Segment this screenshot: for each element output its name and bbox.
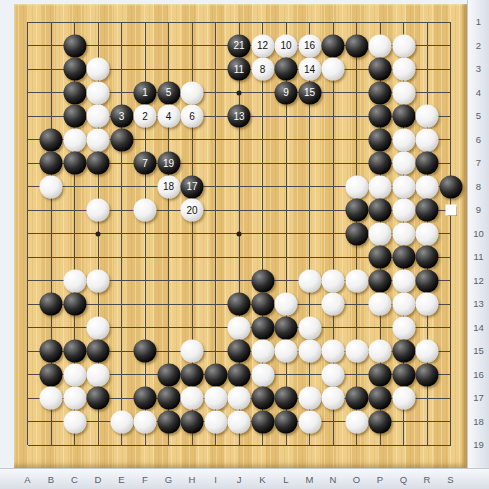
stone-black[interactable]: 13 bbox=[228, 105, 251, 128]
stone-black[interactable] bbox=[134, 340, 157, 363]
stone-black[interactable] bbox=[87, 387, 110, 410]
stone-black[interactable] bbox=[251, 387, 274, 410]
board-point[interactable] bbox=[227, 363, 251, 387]
board-point[interactable] bbox=[63, 269, 87, 293]
board-point[interactable] bbox=[227, 316, 251, 340]
board-point[interactable] bbox=[180, 10, 204, 34]
board-point[interactable] bbox=[227, 386, 251, 410]
board-point[interactable] bbox=[392, 292, 416, 316]
stone-white[interactable] bbox=[181, 340, 204, 363]
board-point[interactable] bbox=[321, 57, 345, 81]
stone-black[interactable] bbox=[322, 34, 345, 57]
stone-black[interactable] bbox=[134, 387, 157, 410]
stone-black[interactable] bbox=[275, 316, 298, 339]
stone-white[interactable]: 8 bbox=[251, 58, 274, 81]
stone-black[interactable] bbox=[251, 410, 274, 433]
board-point[interactable] bbox=[110, 57, 134, 81]
board-point[interactable] bbox=[321, 245, 345, 269]
board-point[interactable] bbox=[368, 34, 392, 58]
board-point[interactable] bbox=[415, 151, 439, 175]
board-point[interactable] bbox=[439, 222, 463, 246]
board-point[interactable] bbox=[298, 10, 322, 34]
board-point[interactable] bbox=[251, 292, 275, 316]
board-point[interactable] bbox=[110, 363, 134, 387]
stone-white[interactable]: 2 bbox=[134, 105, 157, 128]
board-point[interactable] bbox=[439, 175, 463, 199]
board-point[interactable] bbox=[298, 292, 322, 316]
board-point[interactable] bbox=[157, 363, 181, 387]
stone-white[interactable] bbox=[392, 152, 415, 175]
board-point[interactable] bbox=[63, 316, 87, 340]
board-point[interactable] bbox=[439, 81, 463, 105]
board-point[interactable]: 13 bbox=[227, 104, 251, 128]
board-point[interactable] bbox=[392, 245, 416, 269]
board-point[interactable] bbox=[274, 316, 298, 340]
board-point[interactable] bbox=[63, 222, 87, 246]
board-point[interactable]: 20 bbox=[180, 198, 204, 222]
stone-white[interactable] bbox=[416, 105, 439, 128]
board-point[interactable] bbox=[63, 34, 87, 58]
board-point[interactable] bbox=[274, 175, 298, 199]
board-point[interactable] bbox=[345, 245, 369, 269]
board-point[interactable] bbox=[345, 57, 369, 81]
board-point[interactable] bbox=[321, 175, 345, 199]
board-point[interactable] bbox=[133, 386, 157, 410]
stone-black[interactable] bbox=[369, 105, 392, 128]
stone-white[interactable] bbox=[369, 222, 392, 245]
stone-white[interactable] bbox=[322, 58, 345, 81]
stone-black[interactable] bbox=[204, 363, 227, 386]
stone-black[interactable] bbox=[345, 199, 368, 222]
board-point[interactable] bbox=[204, 10, 228, 34]
board-point[interactable] bbox=[415, 269, 439, 293]
stone-white[interactable] bbox=[322, 363, 345, 386]
board-point[interactable] bbox=[86, 339, 110, 363]
board-point[interactable] bbox=[251, 363, 275, 387]
stone-black[interactable]: 15 bbox=[298, 81, 321, 104]
board-point[interactable] bbox=[180, 433, 204, 457]
stone-black[interactable] bbox=[251, 316, 274, 339]
board-point[interactable] bbox=[368, 339, 392, 363]
board-point[interactable] bbox=[274, 433, 298, 457]
stone-white[interactable] bbox=[322, 269, 345, 292]
board-point[interactable] bbox=[227, 245, 251, 269]
board-point[interactable] bbox=[321, 292, 345, 316]
board-point[interactable] bbox=[439, 128, 463, 152]
board-point[interactable] bbox=[133, 34, 157, 58]
board-point[interactable] bbox=[415, 386, 439, 410]
board-point[interactable] bbox=[110, 245, 134, 269]
board-point[interactable] bbox=[321, 269, 345, 293]
stone-black[interactable] bbox=[416, 246, 439, 269]
board-point[interactable] bbox=[368, 269, 392, 293]
stone-white[interactable] bbox=[181, 81, 204, 104]
board-point[interactable]: 19 bbox=[157, 151, 181, 175]
board-point[interactable] bbox=[439, 410, 463, 434]
board-point[interactable] bbox=[157, 410, 181, 434]
board-point[interactable] bbox=[157, 386, 181, 410]
board-point[interactable] bbox=[110, 222, 134, 246]
stone-white[interactable] bbox=[251, 340, 274, 363]
board-point[interactable] bbox=[439, 269, 463, 293]
stone-white[interactable] bbox=[181, 387, 204, 410]
board-point[interactable] bbox=[368, 81, 392, 105]
board-point[interactable] bbox=[251, 175, 275, 199]
stone-white[interactable] bbox=[87, 81, 110, 104]
board-point[interactable] bbox=[392, 433, 416, 457]
stone-black[interactable] bbox=[369, 246, 392, 269]
board-point[interactable] bbox=[204, 410, 228, 434]
board-point[interactable] bbox=[180, 363, 204, 387]
board-point[interactable] bbox=[274, 245, 298, 269]
board-point[interactable]: 15 bbox=[298, 81, 322, 105]
board-point[interactable] bbox=[39, 81, 63, 105]
board-point[interactable] bbox=[321, 81, 345, 105]
stone-black[interactable] bbox=[63, 81, 86, 104]
board-point[interactable] bbox=[63, 151, 87, 175]
stone-black[interactable] bbox=[392, 363, 415, 386]
board-point[interactable] bbox=[180, 410, 204, 434]
stone-white[interactable] bbox=[392, 34, 415, 57]
board-point[interactable] bbox=[298, 175, 322, 199]
board-point[interactable] bbox=[439, 57, 463, 81]
board-point[interactable] bbox=[110, 198, 134, 222]
board-point[interactable] bbox=[345, 410, 369, 434]
board-point[interactable]: 11 bbox=[227, 57, 251, 81]
stone-white[interactable] bbox=[322, 340, 345, 363]
board-point[interactable] bbox=[227, 175, 251, 199]
board-point[interactable] bbox=[110, 410, 134, 434]
board-point[interactable] bbox=[204, 34, 228, 58]
board-point[interactable] bbox=[345, 292, 369, 316]
board-point[interactable] bbox=[180, 386, 204, 410]
stone-black[interactable] bbox=[157, 387, 180, 410]
board-point[interactable] bbox=[345, 34, 369, 58]
board-point[interactable] bbox=[157, 316, 181, 340]
stone-black[interactable] bbox=[40, 152, 63, 175]
stone-black[interactable]: 7 bbox=[134, 152, 157, 175]
board-point[interactable]: 3 bbox=[110, 104, 134, 128]
stone-white[interactable] bbox=[110, 410, 133, 433]
board-point[interactable] bbox=[16, 245, 40, 269]
board-point[interactable] bbox=[392, 339, 416, 363]
board-point[interactable] bbox=[298, 363, 322, 387]
board-point[interactable] bbox=[39, 433, 63, 457]
board-point[interactable] bbox=[204, 386, 228, 410]
board-point[interactable] bbox=[180, 316, 204, 340]
stone-black[interactable] bbox=[40, 128, 63, 151]
board-point[interactable] bbox=[415, 175, 439, 199]
board-point[interactable] bbox=[274, 151, 298, 175]
board-point[interactable] bbox=[157, 198, 181, 222]
board-point[interactable] bbox=[157, 128, 181, 152]
board-point[interactable] bbox=[86, 386, 110, 410]
board-point[interactable] bbox=[321, 198, 345, 222]
board-point[interactable]: 14 bbox=[298, 57, 322, 81]
board-point[interactable] bbox=[368, 316, 392, 340]
board-point[interactable] bbox=[86, 198, 110, 222]
stone-white[interactable] bbox=[298, 410, 321, 433]
board-point[interactable] bbox=[274, 269, 298, 293]
stone-white[interactable] bbox=[392, 81, 415, 104]
board-point[interactable] bbox=[133, 128, 157, 152]
board-point[interactable] bbox=[157, 339, 181, 363]
board-point[interactable] bbox=[274, 57, 298, 81]
board-point[interactable] bbox=[39, 198, 63, 222]
board-point[interactable] bbox=[180, 81, 204, 105]
board-point[interactable] bbox=[157, 34, 181, 58]
board-point[interactable] bbox=[251, 10, 275, 34]
stone-black[interactable] bbox=[369, 199, 392, 222]
board-point[interactable] bbox=[298, 222, 322, 246]
board-point[interactable] bbox=[321, 363, 345, 387]
board-point[interactable] bbox=[86, 81, 110, 105]
board-point[interactable] bbox=[251, 128, 275, 152]
board-point[interactable] bbox=[415, 433, 439, 457]
board-point[interactable] bbox=[415, 104, 439, 128]
board-point[interactable]: 1 bbox=[133, 81, 157, 105]
stone-black[interactable] bbox=[87, 152, 110, 175]
board-point[interactable] bbox=[133, 433, 157, 457]
stone-black[interactable] bbox=[369, 363, 392, 386]
board-point[interactable] bbox=[392, 316, 416, 340]
board-point[interactable] bbox=[16, 104, 40, 128]
board-point[interactable] bbox=[204, 316, 228, 340]
stone-white[interactable] bbox=[298, 340, 321, 363]
board-point[interactable] bbox=[345, 339, 369, 363]
board-point[interactable] bbox=[110, 269, 134, 293]
board-point[interactable] bbox=[39, 151, 63, 175]
board-point[interactable] bbox=[298, 198, 322, 222]
board-point[interactable] bbox=[63, 363, 87, 387]
board-point[interactable] bbox=[345, 316, 369, 340]
board-point[interactable] bbox=[39, 104, 63, 128]
stone-white[interactable] bbox=[275, 340, 298, 363]
board-point[interactable] bbox=[298, 245, 322, 269]
board-point[interactable] bbox=[368, 10, 392, 34]
stone-white[interactable] bbox=[416, 175, 439, 198]
board-point[interactable] bbox=[251, 316, 275, 340]
board-point[interactable] bbox=[204, 363, 228, 387]
stone-black[interactable] bbox=[275, 387, 298, 410]
board-point[interactable] bbox=[39, 339, 63, 363]
stone-black[interactable] bbox=[63, 340, 86, 363]
stone-black[interactable] bbox=[369, 58, 392, 81]
board-point[interactable] bbox=[110, 175, 134, 199]
stone-white[interactable] bbox=[134, 410, 157, 433]
board-point[interactable] bbox=[439, 34, 463, 58]
board-grid[interactable]: 211210161181415915324613719181720 bbox=[16, 10, 463, 457]
stone-white[interactable] bbox=[87, 363, 110, 386]
stone-white[interactable] bbox=[369, 293, 392, 316]
board-point[interactable] bbox=[16, 410, 40, 434]
board-point[interactable] bbox=[251, 81, 275, 105]
stone-white[interactable] bbox=[251, 363, 274, 386]
stone-black[interactable] bbox=[40, 340, 63, 363]
board-point[interactable] bbox=[392, 269, 416, 293]
stone-white[interactable]: 16 bbox=[298, 34, 321, 57]
stone-white[interactable] bbox=[87, 128, 110, 151]
stone-black[interactable]: 17 bbox=[181, 175, 204, 198]
stone-black[interactable] bbox=[228, 340, 251, 363]
board-point[interactable]: 6 bbox=[180, 104, 204, 128]
board-point[interactable] bbox=[368, 128, 392, 152]
board-point[interactable] bbox=[345, 363, 369, 387]
board-point[interactable] bbox=[180, 269, 204, 293]
board-point[interactable] bbox=[16, 34, 40, 58]
stone-white[interactable] bbox=[416, 340, 439, 363]
board-point[interactable] bbox=[133, 316, 157, 340]
board-point[interactable] bbox=[133, 245, 157, 269]
board-point[interactable] bbox=[415, 363, 439, 387]
board-point[interactable] bbox=[274, 410, 298, 434]
board-point[interactable] bbox=[368, 433, 392, 457]
board-point[interactable] bbox=[16, 128, 40, 152]
stone-white[interactable] bbox=[416, 222, 439, 245]
stone-white[interactable] bbox=[416, 128, 439, 151]
board-point[interactable] bbox=[415, 10, 439, 34]
board-point[interactable] bbox=[16, 433, 40, 457]
board-point[interactable] bbox=[16, 175, 40, 199]
board-point[interactable] bbox=[298, 128, 322, 152]
board-point[interactable] bbox=[63, 245, 87, 269]
board-point[interactable] bbox=[274, 339, 298, 363]
board-point[interactable] bbox=[86, 433, 110, 457]
board-point[interactable] bbox=[274, 104, 298, 128]
stone-black[interactable]: 19 bbox=[157, 152, 180, 175]
board-point[interactable] bbox=[251, 269, 275, 293]
stone-black[interactable]: 1 bbox=[134, 81, 157, 104]
stone-white[interactable]: 14 bbox=[298, 58, 321, 81]
stone-white[interactable] bbox=[63, 410, 86, 433]
board-point[interactable] bbox=[227, 10, 251, 34]
board-point[interactable] bbox=[392, 104, 416, 128]
board-point[interactable] bbox=[439, 151, 463, 175]
stone-black[interactable] bbox=[251, 293, 274, 316]
stone-black[interactable] bbox=[369, 152, 392, 175]
board-point[interactable] bbox=[227, 151, 251, 175]
board-point[interactable] bbox=[321, 386, 345, 410]
board-point[interactable] bbox=[298, 339, 322, 363]
board-point[interactable] bbox=[86, 128, 110, 152]
stone-white[interactable] bbox=[63, 128, 86, 151]
stone-black[interactable] bbox=[63, 105, 86, 128]
board-point[interactable] bbox=[63, 10, 87, 34]
board-point[interactable] bbox=[204, 245, 228, 269]
stone-black[interactable] bbox=[345, 34, 368, 57]
board-point[interactable] bbox=[133, 175, 157, 199]
board-point[interactable] bbox=[368, 151, 392, 175]
board-point[interactable] bbox=[251, 339, 275, 363]
board-point[interactable] bbox=[39, 292, 63, 316]
board-point[interactable] bbox=[63, 339, 87, 363]
board-point[interactable] bbox=[345, 386, 369, 410]
board-point[interactable]: 16 bbox=[298, 34, 322, 58]
stone-white[interactable]: 20 bbox=[181, 199, 204, 222]
board-point[interactable] bbox=[392, 222, 416, 246]
stone-black[interactable] bbox=[40, 363, 63, 386]
stone-black[interactable] bbox=[392, 246, 415, 269]
stone-black[interactable] bbox=[369, 410, 392, 433]
board-point[interactable] bbox=[133, 339, 157, 363]
board-point[interactable] bbox=[439, 292, 463, 316]
board-point[interactable] bbox=[321, 104, 345, 128]
board-point[interactable] bbox=[16, 386, 40, 410]
stone-white[interactable] bbox=[392, 199, 415, 222]
board-point[interactable]: 8 bbox=[251, 57, 275, 81]
board-point[interactable] bbox=[133, 363, 157, 387]
board-point[interactable] bbox=[133, 269, 157, 293]
board-point[interactable] bbox=[321, 151, 345, 175]
board-point[interactable] bbox=[110, 316, 134, 340]
board-point[interactable] bbox=[415, 57, 439, 81]
board-point[interactable] bbox=[110, 34, 134, 58]
board-point[interactable] bbox=[345, 175, 369, 199]
stone-black[interactable] bbox=[275, 410, 298, 433]
stone-white[interactable]: 12 bbox=[251, 34, 274, 57]
board-point[interactable] bbox=[251, 245, 275, 269]
board-point[interactable] bbox=[251, 151, 275, 175]
board-point[interactable] bbox=[157, 10, 181, 34]
board-point[interactable] bbox=[39, 222, 63, 246]
board-point[interactable] bbox=[251, 433, 275, 457]
board-point[interactable]: 18 bbox=[157, 175, 181, 199]
board-point[interactable] bbox=[439, 104, 463, 128]
board-point[interactable] bbox=[392, 57, 416, 81]
board-point[interactable] bbox=[274, 292, 298, 316]
board-point[interactable] bbox=[86, 175, 110, 199]
board-point[interactable] bbox=[204, 104, 228, 128]
stone-white[interactable]: 10 bbox=[275, 34, 298, 57]
board-point[interactable] bbox=[368, 245, 392, 269]
stone-white[interactable] bbox=[228, 410, 251, 433]
board-point[interactable] bbox=[110, 386, 134, 410]
board-point[interactable] bbox=[39, 245, 63, 269]
board-point[interactable] bbox=[345, 433, 369, 457]
board-point[interactable] bbox=[345, 128, 369, 152]
board-point[interactable] bbox=[204, 57, 228, 81]
board-point[interactable] bbox=[227, 128, 251, 152]
board-point[interactable] bbox=[204, 433, 228, 457]
board-point[interactable] bbox=[16, 363, 40, 387]
board-point[interactable] bbox=[204, 175, 228, 199]
board-point[interactable] bbox=[251, 222, 275, 246]
board-point[interactable] bbox=[368, 198, 392, 222]
board-point[interactable] bbox=[392, 34, 416, 58]
board-point[interactable]: 5 bbox=[157, 81, 181, 105]
board-point[interactable] bbox=[110, 339, 134, 363]
stone-black[interactable] bbox=[369, 128, 392, 151]
board-point[interactable] bbox=[157, 292, 181, 316]
board-point[interactable] bbox=[439, 198, 463, 222]
board-point[interactable] bbox=[157, 269, 181, 293]
board-point[interactable] bbox=[63, 57, 87, 81]
stone-white[interactable] bbox=[87, 269, 110, 292]
board-point[interactable] bbox=[345, 81, 369, 105]
board-point[interactable] bbox=[415, 339, 439, 363]
board-point[interactable] bbox=[227, 292, 251, 316]
stone-black[interactable]: 9 bbox=[275, 81, 298, 104]
stone-white[interactable] bbox=[87, 199, 110, 222]
stone-white[interactable] bbox=[87, 316, 110, 339]
board-point[interactable] bbox=[133, 10, 157, 34]
board-point[interactable] bbox=[204, 269, 228, 293]
board-point[interactable] bbox=[321, 433, 345, 457]
stone-white[interactable] bbox=[63, 363, 86, 386]
board-point[interactable] bbox=[204, 339, 228, 363]
board-point[interactable] bbox=[439, 386, 463, 410]
board-point[interactable] bbox=[16, 269, 40, 293]
